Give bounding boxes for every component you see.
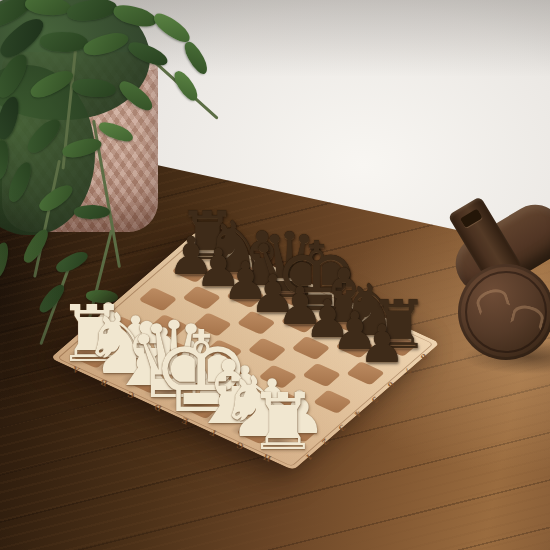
plant-leaf [74,204,110,219]
scene-photo: ABCDEFGH12345678 ♜♞♝♛♚♝♞♜♟♟♟♟♟♟♟♟♟♟♟♟♟♟♟… [0,0,550,550]
plant-leaf [97,118,136,145]
plant-leaf [181,39,210,77]
white-rook-h1[interactable]: ♜ [248,382,318,460]
strap-slot [460,208,483,228]
leather-case-endcap [458,264,550,360]
plant-leaf [54,249,91,276]
leather-case [436,200,550,372]
plant-leaf [171,68,201,104]
plant-leaf [0,241,12,279]
black-pawn-h7[interactable]: ♟ [358,318,405,370]
